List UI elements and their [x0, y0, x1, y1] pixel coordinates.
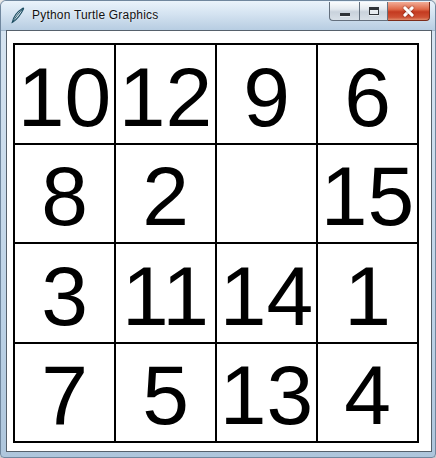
tile-7[interactable]: 7	[15, 344, 114, 442]
tile-12[interactable]: 12	[116, 45, 215, 143]
turtle-canvas: 101296821531114175134	[6, 30, 432, 452]
tile-6[interactable]: 6	[318, 45, 417, 143]
tile-13[interactable]: 13	[217, 344, 316, 442]
puzzle-board: 101296821531114175134	[13, 43, 419, 443]
tile-1[interactable]: 1	[318, 244, 417, 342]
tile-2[interactable]: 2	[116, 145, 215, 243]
window-title: Python Turtle Graphics	[32, 8, 158, 22]
title-bar[interactable]: Python Turtle Graphics	[1, 1, 435, 31]
maximize-icon	[369, 7, 379, 15]
tile-9[interactable]: 9	[217, 45, 316, 143]
blank-cell	[217, 145, 316, 243]
tile-15[interactable]: 15	[318, 145, 417, 243]
close-button[interactable]	[388, 2, 430, 21]
tile-3[interactable]: 3	[15, 244, 114, 342]
close-icon	[402, 5, 415, 18]
tile-11[interactable]: 11	[116, 244, 215, 342]
caption-buttons	[329, 2, 430, 21]
tile-5[interactable]: 5	[116, 344, 215, 442]
tile-14[interactable]: 14	[217, 244, 316, 342]
tkinter-feather-icon	[10, 7, 26, 24]
tile-10[interactable]: 10	[15, 45, 114, 143]
tile-8[interactable]: 8	[15, 145, 114, 243]
maximize-button[interactable]	[359, 2, 388, 21]
minimize-button[interactable]	[329, 2, 359, 21]
minimize-icon	[340, 13, 350, 16]
tile-4[interactable]: 4	[318, 344, 417, 442]
turtle-graphics-window: Python Turtle Graphics 10129682153111417…	[0, 0, 436, 458]
